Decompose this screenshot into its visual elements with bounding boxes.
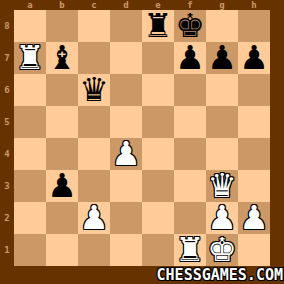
square-h6 [238,74,270,106]
square-a2 [14,202,46,234]
square-d4: ♟ [110,138,142,170]
white-pawn-h2: ♟ [239,202,269,234]
square-h2: ♟ [238,202,270,234]
square-b2 [46,202,78,234]
square-a7: ♜ [14,42,46,74]
square-f6 [174,74,206,106]
black-pawn-h7: ♟ [239,42,269,74]
square-f7: ♟ [174,42,206,74]
square-e4 [142,138,174,170]
square-e7 [142,42,174,74]
square-f1: ♜ [174,234,206,266]
square-h5 [238,106,270,138]
square-e1 [142,234,174,266]
white-pawn-c2: ♟ [79,202,109,234]
square-b5 [46,106,78,138]
rank-label-2: 2 [0,202,14,234]
square-a6 [14,74,46,106]
square-h4 [238,138,270,170]
rank-label-6: 6 [0,74,14,106]
square-b7: ♝ [46,42,78,74]
square-g1: ♚ [206,234,238,266]
square-d1 [110,234,142,266]
square-e8: ♜ [142,10,174,42]
white-pawn-d4: ♟ [111,138,141,170]
square-e2 [142,202,174,234]
rank-label-1: 1 [0,234,14,266]
square-g5 [206,106,238,138]
square-f3 [174,170,206,202]
square-a3 [14,170,46,202]
rank-label-7: 7 [0,42,14,74]
white-king-g1: ♚ [207,234,237,266]
square-f4 [174,138,206,170]
square-b1 [46,234,78,266]
square-f5 [174,106,206,138]
square-c2: ♟ [78,202,110,234]
rank-label-3: 3 [0,170,14,202]
black-pawn-g7: ♟ [207,42,237,74]
rank-label-5: 5 [0,106,14,138]
square-g7: ♟ [206,42,238,74]
black-pawn-f7: ♟ [175,42,205,74]
square-d8 [110,10,142,42]
square-d3 [110,170,142,202]
chessgames-watermark: CHESSGAMES.COM [157,267,283,283]
square-e5 [142,106,174,138]
square-c1 [78,234,110,266]
black-bishop-b7: ♝ [47,42,77,74]
rank-label-8: 8 [0,10,14,42]
chess-board: ♜♚♜♝♟♟♟♛♟♟♛♟♟♟♜♚ [14,10,270,266]
rank-labels: 87654321 [0,10,14,266]
square-c8 [78,10,110,42]
square-h7: ♟ [238,42,270,74]
white-rook-f1: ♜ [175,234,205,266]
square-c4 [78,138,110,170]
square-a4 [14,138,46,170]
white-rook-a7: ♜ [15,42,45,74]
square-e3 [142,170,174,202]
square-d7 [110,42,142,74]
square-g6 [206,74,238,106]
file-labels: abcdefgh [14,0,270,10]
black-rook-e8: ♜ [143,10,173,42]
square-d6 [110,74,142,106]
square-a1 [14,234,46,266]
square-d2 [110,202,142,234]
square-a5 [14,106,46,138]
square-h1 [238,234,270,266]
square-c6: ♛ [78,74,110,106]
chess-board-frame: abcdefgh 87654321 ♜♚♜♝♟♟♟♛♟♟♛♟♟♟♜♚ CHESS… [0,0,284,284]
black-pawn-b3: ♟ [47,170,77,202]
square-c5 [78,106,110,138]
square-b6 [46,74,78,106]
square-e6 [142,74,174,106]
rank-label-4: 4 [0,138,14,170]
square-b3: ♟ [46,170,78,202]
black-queen-c6: ♛ [79,74,109,106]
